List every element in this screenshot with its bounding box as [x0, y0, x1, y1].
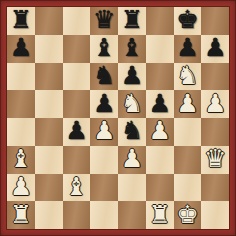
square-c3[interactable]: [63, 146, 91, 174]
square-e7[interactable]: ♝: [118, 35, 146, 63]
square-a1[interactable]: ♜: [7, 201, 35, 229]
black-king[interactable]: ♚: [176, 7, 198, 32]
square-c8[interactable]: [63, 7, 91, 35]
square-d2[interactable]: [90, 174, 118, 202]
white-pawn[interactable]: ♟: [10, 174, 32, 199]
board-frame: ♜♛♜♚♟♝♝♟♟♞♟♞♟♞♟♟♟♟♟♞♟♝♟♛♟♝♜♜♚: [0, 0, 236, 236]
square-e4[interactable]: ♞: [118, 118, 146, 146]
white-pawn[interactable]: ♟: [176, 91, 198, 116]
white-bishop[interactable]: ♝: [10, 146, 32, 171]
white-pawn[interactable]: ♟: [204, 91, 226, 116]
square-e5[interactable]: ♞: [118, 90, 146, 118]
black-rook[interactable]: ♜: [121, 7, 143, 32]
square-c6[interactable]: [63, 63, 91, 91]
square-c5[interactable]: [63, 90, 91, 118]
square-c2[interactable]: ♝: [63, 174, 91, 202]
square-h4[interactable]: [201, 118, 229, 146]
black-pawn[interactable]: ♟: [10, 35, 32, 60]
black-pawn[interactable]: ♟: [148, 91, 170, 116]
square-e1[interactable]: [118, 201, 146, 229]
square-e3[interactable]: ♟: [118, 146, 146, 174]
white-queen[interactable]: ♛: [204, 146, 226, 171]
square-a3[interactable]: ♝: [7, 146, 35, 174]
black-pawn[interactable]: ♟: [176, 35, 198, 60]
square-e6[interactable]: ♟: [118, 63, 146, 91]
white-rook[interactable]: ♜: [10, 202, 32, 227]
square-c1[interactable]: [63, 201, 91, 229]
square-h2[interactable]: [201, 174, 229, 202]
square-g7[interactable]: ♟: [174, 35, 202, 63]
white-knight[interactable]: ♞: [121, 91, 143, 116]
square-c7[interactable]: [63, 35, 91, 63]
square-b6[interactable]: [35, 63, 63, 91]
black-rook[interactable]: ♜: [10, 7, 32, 32]
square-a2[interactable]: ♟: [7, 174, 35, 202]
square-b7[interactable]: [35, 35, 63, 63]
black-queen[interactable]: ♛: [93, 7, 115, 32]
square-a8[interactable]: ♜: [7, 7, 35, 35]
chess-board: ♜♛♜♚♟♝♝♟♟♞♟♞♟♞♟♟♟♟♟♞♟♝♟♛♟♝♜♜♚: [7, 7, 229, 229]
square-f6[interactable]: [146, 63, 174, 91]
square-g8[interactable]: ♚: [174, 7, 202, 35]
square-f8[interactable]: [146, 7, 174, 35]
square-g5[interactable]: ♟: [174, 90, 202, 118]
square-g2[interactable]: [174, 174, 202, 202]
square-f2[interactable]: [146, 174, 174, 202]
black-bishop[interactable]: ♝: [93, 35, 115, 60]
black-knight[interactable]: ♞: [93, 63, 115, 88]
square-d4[interactable]: ♟: [90, 118, 118, 146]
square-h3[interactable]: ♛: [201, 146, 229, 174]
square-a6[interactable]: [7, 63, 35, 91]
square-b1[interactable]: [35, 201, 63, 229]
square-h1[interactable]: [201, 201, 229, 229]
square-g3[interactable]: [174, 146, 202, 174]
square-e8[interactable]: ♜: [118, 7, 146, 35]
black-pawn[interactable]: ♟: [121, 63, 143, 88]
square-d7[interactable]: ♝: [90, 35, 118, 63]
square-h7[interactable]: ♟: [201, 35, 229, 63]
square-b8[interactable]: [35, 7, 63, 35]
square-b4[interactable]: [35, 118, 63, 146]
square-h6[interactable]: [201, 63, 229, 91]
square-h8[interactable]: [201, 7, 229, 35]
black-pawn[interactable]: ♟: [65, 118, 87, 143]
white-pawn[interactable]: ♟: [93, 118, 115, 143]
white-pawn[interactable]: ♟: [148, 118, 170, 143]
square-d3[interactable]: [90, 146, 118, 174]
square-d8[interactable]: ♛: [90, 7, 118, 35]
square-e2[interactable]: [118, 174, 146, 202]
square-g1[interactable]: ♚: [174, 201, 202, 229]
white-king[interactable]: ♚: [176, 202, 198, 227]
white-pawn[interactable]: ♟: [121, 146, 143, 171]
square-a5[interactable]: [7, 90, 35, 118]
square-d1[interactable]: [90, 201, 118, 229]
black-pawn[interactable]: ♟: [93, 91, 115, 116]
square-f4[interactable]: ♟: [146, 118, 174, 146]
white-bishop[interactable]: ♝: [65, 174, 87, 199]
square-f3[interactable]: [146, 146, 174, 174]
square-c4[interactable]: ♟: [63, 118, 91, 146]
square-b5[interactable]: [35, 90, 63, 118]
square-b2[interactable]: [35, 174, 63, 202]
square-h5[interactable]: ♟: [201, 90, 229, 118]
square-f5[interactable]: ♟: [146, 90, 174, 118]
square-d5[interactable]: ♟: [90, 90, 118, 118]
black-bishop[interactable]: ♝: [121, 35, 143, 60]
white-knight[interactable]: ♞: [176, 63, 198, 88]
square-a7[interactable]: ♟: [7, 35, 35, 63]
square-g6[interactable]: ♞: [174, 63, 202, 91]
square-b3[interactable]: [35, 146, 63, 174]
white-rook[interactable]: ♜: [148, 202, 170, 227]
black-pawn[interactable]: ♟: [204, 35, 226, 60]
square-f7[interactable]: [146, 35, 174, 63]
black-knight[interactable]: ♞: [121, 118, 143, 143]
square-d6[interactable]: ♞: [90, 63, 118, 91]
square-g4[interactable]: [174, 118, 202, 146]
square-f1[interactable]: ♜: [146, 201, 174, 229]
square-a4[interactable]: [7, 118, 35, 146]
